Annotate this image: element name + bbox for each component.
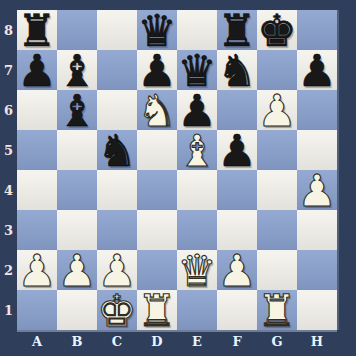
rank-label-5: 5 (0, 130, 17, 170)
square-b7[interactable]: ♝ (57, 50, 97, 90)
square-c1[interactable]: ♚ (97, 290, 137, 330)
square-f4[interactable] (217, 170, 257, 210)
square-c4[interactable] (97, 170, 137, 210)
file-labels: ABCDEFGH (17, 330, 337, 350)
board-grid: ♜♛♜♚♟♝♟♛♞♟♝♞♟♟♞♝♟♟♟♟♟♛♟♚♜♜ (17, 10, 337, 330)
square-d7[interactable]: ♟ (137, 50, 177, 90)
file-label-c: C (97, 330, 137, 350)
square-a5[interactable] (17, 130, 57, 170)
square-h2[interactable] (297, 250, 337, 290)
white-king[interactable]: ♚ (97, 289, 136, 333)
white-pawn[interactable]: ♟ (297, 169, 336, 213)
square-d1[interactable]: ♜ (137, 290, 177, 330)
square-b4[interactable] (57, 170, 97, 210)
square-c8[interactable] (97, 10, 137, 50)
white-pawn[interactable]: ♟ (257, 89, 296, 133)
square-g8[interactable]: ♚ (257, 10, 297, 50)
file-label-h: H (297, 330, 337, 350)
square-d4[interactable] (137, 170, 177, 210)
square-a8[interactable]: ♜ (17, 10, 57, 50)
white-knight[interactable]: ♞ (137, 89, 176, 133)
square-e7[interactable]: ♛ (177, 50, 217, 90)
black-knight[interactable]: ♞ (217, 49, 256, 93)
square-f5[interactable]: ♟ (217, 130, 257, 170)
square-h1[interactable] (297, 290, 337, 330)
square-d6[interactable]: ♞ (137, 90, 177, 130)
square-h7[interactable]: ♟ (297, 50, 337, 90)
square-f7[interactable]: ♞ (217, 50, 257, 90)
black-pawn[interactable]: ♟ (17, 49, 56, 93)
black-bishop[interactable]: ♝ (57, 89, 96, 133)
square-e8[interactable] (177, 10, 217, 50)
square-a2[interactable]: ♟ (17, 250, 57, 290)
file-label-d: D (137, 330, 177, 350)
square-b5[interactable] (57, 130, 97, 170)
white-rook[interactable]: ♜ (137, 289, 176, 333)
square-e2[interactable]: ♛ (177, 250, 217, 290)
rank-label-2: 2 (0, 250, 17, 290)
white-bishop[interactable]: ♝ (177, 129, 216, 173)
rank-label-1: 1 (0, 290, 17, 330)
rank-labels: 87654321 (0, 10, 17, 330)
square-h6[interactable] (297, 90, 337, 130)
square-f8[interactable]: ♜ (217, 10, 257, 50)
square-g2[interactable] (257, 250, 297, 290)
square-d5[interactable] (137, 130, 177, 170)
square-d8[interactable]: ♛ (137, 10, 177, 50)
square-c5[interactable]: ♞ (97, 130, 137, 170)
square-f1[interactable] (217, 290, 257, 330)
white-pawn[interactable]: ♟ (57, 249, 96, 293)
square-b2[interactable]: ♟ (57, 250, 97, 290)
square-d2[interactable] (137, 250, 177, 290)
file-label-g: G (257, 330, 297, 350)
rank-label-7: 7 (0, 50, 17, 90)
square-g3[interactable] (257, 210, 297, 250)
rank-label-6: 6 (0, 90, 17, 130)
square-a3[interactable] (17, 210, 57, 250)
chess-board-frame: 87654321 ♜♛♜♚♟♝♟♛♞♟♝♞♟♟♞♝♟♟♟♟♟♛♟♚♜♜ ABCD… (0, 0, 356, 356)
square-d3[interactable] (137, 210, 177, 250)
file-label-f: F (217, 330, 257, 350)
file-label-a: A (17, 330, 57, 350)
square-a6[interactable] (17, 90, 57, 130)
square-g6[interactable]: ♟ (257, 90, 297, 130)
rank-label-3: 3 (0, 210, 17, 250)
square-c2[interactable]: ♟ (97, 250, 137, 290)
black-pawn[interactable]: ♟ (217, 129, 256, 173)
square-c6[interactable] (97, 90, 137, 130)
rank-label-8: 8 (0, 10, 17, 50)
square-h5[interactable] (297, 130, 337, 170)
file-label-b: B (57, 330, 97, 350)
rank-label-4: 4 (0, 170, 17, 210)
square-e4[interactable] (177, 170, 217, 210)
square-e3[interactable] (177, 210, 217, 250)
square-h8[interactable] (297, 10, 337, 50)
square-f6[interactable] (217, 90, 257, 130)
black-pawn[interactable]: ♟ (297, 49, 336, 93)
white-rook[interactable]: ♜ (257, 289, 296, 333)
black-knight[interactable]: ♞ (97, 129, 136, 173)
white-pawn[interactable]: ♟ (217, 249, 256, 293)
square-c3[interactable] (97, 210, 137, 250)
square-e1[interactable] (177, 290, 217, 330)
square-b8[interactable] (57, 10, 97, 50)
square-a1[interactable] (17, 290, 57, 330)
square-f2[interactable]: ♟ (217, 250, 257, 290)
square-g4[interactable] (257, 170, 297, 210)
square-c7[interactable] (97, 50, 137, 90)
square-g1[interactable]: ♜ (257, 290, 297, 330)
square-g7[interactable] (257, 50, 297, 90)
square-f3[interactable] (217, 210, 257, 250)
square-a4[interactable] (17, 170, 57, 210)
file-label-e: E (177, 330, 217, 350)
square-g5[interactable] (257, 130, 297, 170)
square-e6[interactable]: ♟ (177, 90, 217, 130)
square-h3[interactable] (297, 210, 337, 250)
square-h4[interactable]: ♟ (297, 170, 337, 210)
square-b6[interactable]: ♝ (57, 90, 97, 130)
square-a7[interactable]: ♟ (17, 50, 57, 90)
white-queen[interactable]: ♛ (177, 249, 216, 293)
square-b3[interactable] (57, 210, 97, 250)
white-pawn[interactable]: ♟ (17, 249, 56, 293)
black-king[interactable]: ♚ (257, 9, 296, 53)
square-e5[interactable]: ♝ (177, 130, 217, 170)
square-b1[interactable] (57, 290, 97, 330)
